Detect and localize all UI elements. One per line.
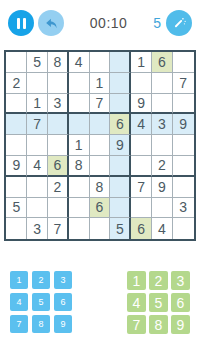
sudoku-cell-r2c8[interactable] <box>152 73 173 94</box>
magic-wand-icon <box>172 16 187 31</box>
sudoku-cell-r3c4[interactable] <box>69 94 90 115</box>
keypad-right-digit-1[interactable]: 1 <box>127 271 146 290</box>
sudoku-cell-r8c5[interactable]: 6 <box>90 198 111 219</box>
sudoku-cell-r6c4[interactable]: 8 <box>69 156 90 177</box>
sudoku-cell-r1c3[interactable]: 8 <box>48 52 69 73</box>
keypad-left-digit-2[interactable]: 2 <box>32 271 50 289</box>
sudoku-cell-r9c7[interactable]: 6 <box>131 218 152 239</box>
sudoku-cell-r9c2[interactable]: 3 <box>27 218 48 239</box>
keypad-right: 123456789 <box>127 271 190 334</box>
keypad-right-digit-6[interactable]: 6 <box>171 293 190 312</box>
sudoku-cell-r4c7[interactable]: 4 <box>131 114 152 135</box>
sudoku-cell-r1c9[interactable] <box>173 52 194 73</box>
sudoku-cell-r5c9[interactable] <box>173 135 194 156</box>
sudoku-cell-r5c3[interactable] <box>48 135 69 156</box>
sudoku-cell-r1c1[interactable] <box>6 52 27 73</box>
keypad-left: 123456789 <box>10 271 72 333</box>
sudoku-cell-r7c3[interactable]: 2 <box>48 177 69 198</box>
sudoku-cell-r5c6[interactable]: 9 <box>110 135 131 156</box>
sudoku-cell-r6c5[interactable] <box>90 156 111 177</box>
sudoku-cell-r3c1[interactable] <box>6 94 27 115</box>
sudoku-cell-r4c2[interactable]: 7 <box>27 114 48 135</box>
sudoku-cell-r4c4[interactable] <box>69 114 90 135</box>
sudoku-cell-r8c2[interactable] <box>27 198 48 219</box>
sudoku-cell-r6c6[interactable] <box>110 156 131 177</box>
pause-button[interactable] <box>8 10 34 36</box>
sudoku-cell-r1c4[interactable]: 4 <box>69 52 90 73</box>
sudoku-cell-r2c6[interactable] <box>110 73 131 94</box>
sudoku-cell-r9c1[interactable] <box>6 218 27 239</box>
keypad-left-digit-9[interactable]: 9 <box>54 315 72 333</box>
hint-button[interactable] <box>166 10 192 36</box>
sudoku-cell-r3c9[interactable] <box>173 94 194 115</box>
keypad-left-digit-5[interactable]: 5 <box>32 293 50 311</box>
keypad-right-digit-9[interactable]: 9 <box>171 315 190 334</box>
sudoku-cell-r7c9[interactable] <box>173 177 194 198</box>
sudoku-cell-r8c3[interactable] <box>48 198 69 219</box>
sudoku-cell-r7c1[interactable] <box>6 177 27 198</box>
sudoku-cell-r2c9[interactable]: 7 <box>173 73 194 94</box>
sudoku-cell-r4c6[interactable]: 6 <box>110 114 131 135</box>
sudoku-cell-r4c3[interactable] <box>48 114 69 135</box>
sudoku-cell-r7c2[interactable] <box>27 177 48 198</box>
keypad-left-digit-3[interactable]: 3 <box>54 271 72 289</box>
sudoku-cell-r9c6[interactable]: 5 <box>110 218 131 239</box>
sudoku-cell-r6c1[interactable]: 9 <box>6 156 27 177</box>
sudoku-cell-r7c6[interactable] <box>110 177 131 198</box>
sudoku-cell-r9c9[interactable] <box>173 218 194 239</box>
sudoku-cell-r1c5[interactable] <box>90 52 111 73</box>
sudoku-cell-r4c1[interactable] <box>6 114 27 135</box>
sudoku-cell-r5c4[interactable]: 1 <box>69 135 90 156</box>
sudoku-cell-r5c8[interactable] <box>152 135 173 156</box>
sudoku-cell-r2c2[interactable] <box>27 73 48 94</box>
undo-icon <box>44 16 59 31</box>
undo-button[interactable] <box>38 10 64 36</box>
sudoku-cell-r7c7[interactable]: 7 <box>131 177 152 198</box>
sudoku-cell-r4c9[interactable]: 9 <box>173 114 194 135</box>
sudoku-cell-r2c1[interactable]: 2 <box>6 73 27 94</box>
keypad-left-digit-7[interactable]: 7 <box>10 315 28 333</box>
sudoku-cell-r5c1[interactable] <box>6 135 27 156</box>
keypad-right-digit-2[interactable]: 2 <box>149 271 168 290</box>
sudoku-cell-r1c8[interactable]: 6 <box>152 52 173 73</box>
sudoku-cell-r4c5[interactable] <box>90 114 111 135</box>
sudoku-cell-r8c7[interactable] <box>131 198 152 219</box>
sudoku-cell-r5c7[interactable] <box>131 135 152 156</box>
sudoku-cell-r2c4[interactable] <box>69 73 90 94</box>
sudoku-cell-r6c2[interactable]: 4 <box>27 156 48 177</box>
sudoku-board: 584162171379764391994682287956337564 <box>4 50 195 241</box>
keypad-right-digit-3[interactable]: 3 <box>171 271 190 290</box>
sudoku-cell-r8c9[interactable]: 3 <box>173 198 194 219</box>
sudoku-cell-r1c7[interactable]: 1 <box>131 52 152 73</box>
game-timer: 00:10 <box>90 15 128 31</box>
keypad-left-digit-8[interactable]: 8 <box>32 315 50 333</box>
top-toolbar: 00:10 5 <box>0 0 200 46</box>
sudoku-cell-r9c8[interactable]: 4 <box>152 218 173 239</box>
keypad-right-digit-4[interactable]: 4 <box>127 293 146 312</box>
sudoku-cell-r3c6[interactable] <box>110 94 131 115</box>
sudoku-cell-r5c2[interactable] <box>27 135 48 156</box>
sudoku-cell-r4c8[interactable]: 3 <box>152 114 173 135</box>
sudoku-cell-r7c8[interactable]: 9 <box>152 177 173 198</box>
sudoku-cell-r9c3[interactable]: 7 <box>48 218 69 239</box>
number-pads: 123456789 123456789 <box>0 271 200 334</box>
sudoku-cell-r6c7[interactable] <box>131 156 152 177</box>
sudoku-cell-r7c4[interactable] <box>69 177 90 198</box>
sudoku-cell-r3c5[interactable]: 7 <box>90 94 111 115</box>
sudoku-cell-r1c2[interactable]: 5 <box>27 52 48 73</box>
sudoku-cell-r1c6[interactable] <box>110 52 131 73</box>
keypad-right-digit-5[interactable]: 5 <box>149 293 168 312</box>
sudoku-cell-r7c5[interactable]: 8 <box>90 177 111 198</box>
sudoku-cell-r8c1[interactable]: 5 <box>6 198 27 219</box>
sudoku-cell-r8c8[interactable] <box>152 198 173 219</box>
pause-icon <box>17 18 26 29</box>
sudoku-cell-r3c8[interactable] <box>152 94 173 115</box>
sudoku-cell-r8c6[interactable] <box>110 198 131 219</box>
keypad-left-digit-1[interactable]: 1 <box>10 271 28 289</box>
sudoku-cell-r3c3[interactable]: 3 <box>48 94 69 115</box>
keypad-right-digit-8[interactable]: 8 <box>149 315 168 334</box>
sudoku-cell-r9c5[interactable] <box>90 218 111 239</box>
sudoku-cell-r2c7[interactable] <box>131 73 152 94</box>
sudoku-cell-r3c7[interactable]: 9 <box>131 94 152 115</box>
sudoku-cell-r6c3[interactable]: 6 <box>48 156 69 177</box>
sudoku-cell-r6c8[interactable]: 2 <box>152 156 173 177</box>
sudoku-cell-r9c4[interactable] <box>69 218 90 239</box>
sudoku-cell-r8c4[interactable] <box>69 198 90 219</box>
keypad-left-digit-6[interactable]: 6 <box>54 293 72 311</box>
sudoku-cell-r6c9[interactable] <box>173 156 194 177</box>
sudoku-cell-r2c5[interactable]: 1 <box>90 73 111 94</box>
sudoku-cell-r3c2[interactable]: 1 <box>27 94 48 115</box>
keypad-left-digit-4[interactable]: 4 <box>10 293 28 311</box>
keypad-right-digit-7[interactable]: 7 <box>127 315 146 334</box>
sudoku-cell-r2c3[interactable] <box>48 73 69 94</box>
hints-remaining-count: 5 <box>153 15 161 31</box>
sudoku-cell-r5c5[interactable] <box>90 135 111 156</box>
